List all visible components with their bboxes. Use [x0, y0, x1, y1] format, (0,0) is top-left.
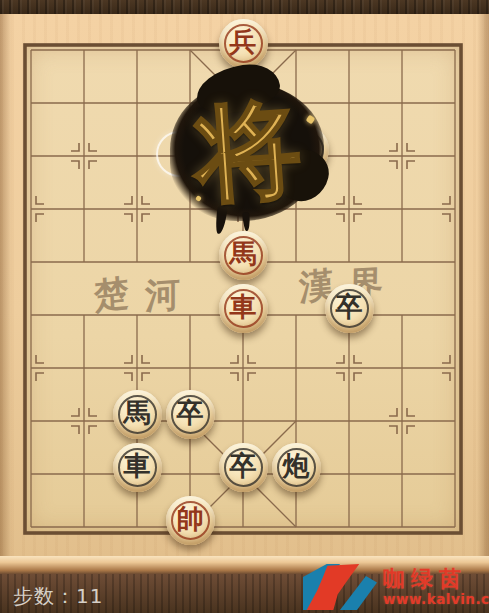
river-label-he: 河: [145, 276, 180, 314]
piece-char: 車: [219, 283, 268, 332]
piece-red-horse[interactable]: 馬: [219, 231, 268, 280]
piece-char: 車: [113, 442, 162, 491]
piece-black-chariot[interactable]: 車: [113, 443, 162, 492]
piece-char: 馬: [219, 230, 268, 279]
piece-black-pawn-right[interactable]: 卒: [325, 284, 374, 333]
watermark-logo-icon: [303, 564, 377, 610]
piece-black-general[interactable]: 将: [280, 125, 329, 174]
watermark-url: www.kalvin.cn: [383, 591, 489, 607]
piece-black-horse[interactable]: 馬: [113, 390, 162, 439]
piece-char: 馬: [113, 389, 162, 438]
step-counter-label: 步数：: [13, 584, 76, 608]
piece-red-general[interactable]: 帥: [166, 496, 215, 545]
piece-char: 兵: [219, 18, 268, 67]
piece-char: 卒: [325, 283, 374, 332]
river-label-chu: 楚: [93, 274, 130, 313]
piece-char: 卒: [219, 442, 268, 491]
piece-char: 卒: [166, 389, 215, 438]
piece-black-pawn-mid[interactable]: 卒: [166, 390, 215, 439]
xiangqi-app-screen: 楚 河 漢 界 兵将馬車卒馬卒車卒炮帥 将 步数：11 咖绿茵 www.kalv…: [0, 0, 489, 613]
piece-black-cannon[interactable]: 炮: [272, 443, 321, 492]
piece-char: 帥: [166, 495, 215, 544]
piece-char: 炮: [272, 442, 321, 491]
watermark: 咖绿茵 www.kalvin.cn: [303, 562, 485, 612]
piece-char: 将: [280, 124, 329, 173]
step-counter-value: 11: [76, 584, 103, 608]
piece-red-pawn[interactable]: 兵: [219, 19, 268, 68]
piece-red-chariot[interactable]: 車: [219, 284, 268, 333]
step-counter: 步数：11: [13, 583, 103, 610]
piece-black-pawn-center[interactable]: 卒: [219, 443, 268, 492]
watermark-brand: 咖绿茵: [383, 567, 467, 591]
